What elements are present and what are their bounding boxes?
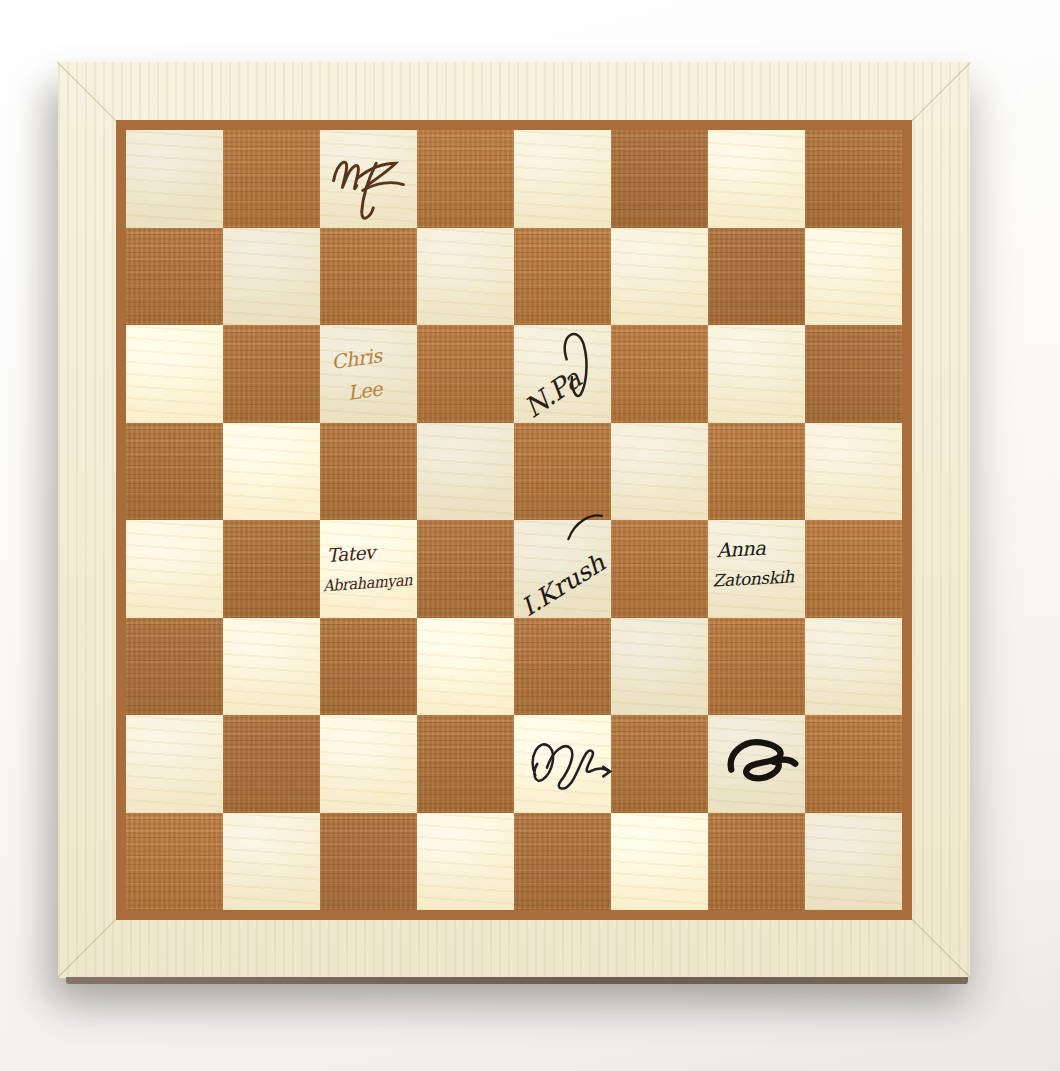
square-c8 xyxy=(320,130,417,228)
square-g7 xyxy=(708,228,805,326)
square-b8 xyxy=(223,130,320,228)
square-h4 xyxy=(805,520,902,618)
square-e5 xyxy=(514,423,611,521)
square-d4 xyxy=(417,520,514,618)
square-f1 xyxy=(611,813,708,911)
square-h5 xyxy=(805,423,902,521)
board-inlay-edging xyxy=(116,120,912,920)
square-b6 xyxy=(223,325,320,423)
square-f8 xyxy=(611,130,708,228)
square-d8 xyxy=(417,130,514,228)
square-e4 xyxy=(514,520,611,618)
square-f6 xyxy=(611,325,708,423)
square-f7 xyxy=(611,228,708,326)
square-e6 xyxy=(514,325,611,423)
square-e2 xyxy=(514,715,611,813)
square-a2 xyxy=(126,715,223,813)
square-h2 xyxy=(805,715,902,813)
square-a6 xyxy=(126,325,223,423)
square-d1 xyxy=(417,813,514,911)
square-g1 xyxy=(708,813,805,911)
square-d2 xyxy=(417,715,514,813)
square-g3 xyxy=(708,618,805,716)
square-a3 xyxy=(126,618,223,716)
square-f2 xyxy=(611,715,708,813)
square-h7 xyxy=(805,228,902,326)
square-f4 xyxy=(611,520,708,618)
square-a1 xyxy=(126,813,223,911)
square-e3 xyxy=(514,618,611,716)
square-a5 xyxy=(126,423,223,521)
board-grid xyxy=(126,130,902,910)
square-e1 xyxy=(514,813,611,911)
square-g2 xyxy=(708,715,805,813)
square-b1 xyxy=(223,813,320,911)
square-b5 xyxy=(223,423,320,521)
square-f5 xyxy=(611,423,708,521)
square-b3 xyxy=(223,618,320,716)
square-h6 xyxy=(805,325,902,423)
square-c1 xyxy=(320,813,417,911)
square-d3 xyxy=(417,618,514,716)
square-b2 xyxy=(223,715,320,813)
square-g4 xyxy=(708,520,805,618)
square-a4 xyxy=(126,520,223,618)
square-c2 xyxy=(320,715,417,813)
square-c3 xyxy=(320,618,417,716)
square-a7 xyxy=(126,228,223,326)
chessboard: Chris Lee N.Pa Tatev xyxy=(58,62,970,978)
square-c5 xyxy=(320,423,417,521)
square-c6 xyxy=(320,325,417,423)
square-c4 xyxy=(320,520,417,618)
square-d7 xyxy=(417,228,514,326)
square-e8 xyxy=(514,130,611,228)
square-g8 xyxy=(708,130,805,228)
frame-mitre-bottom-right xyxy=(911,918,971,978)
square-g6 xyxy=(708,325,805,423)
square-d5 xyxy=(417,423,514,521)
photo-background: Chris Lee N.Pa Tatev xyxy=(0,0,1060,1071)
square-f3 xyxy=(611,618,708,716)
square-e7 xyxy=(514,228,611,326)
square-b7 xyxy=(223,228,320,326)
square-h8 xyxy=(805,130,902,228)
square-a8 xyxy=(126,130,223,228)
square-h1 xyxy=(805,813,902,911)
square-c7 xyxy=(320,228,417,326)
frame-mitre-top-right xyxy=(911,62,971,122)
frame-mitre-bottom-left xyxy=(57,918,117,978)
square-b4 xyxy=(223,520,320,618)
frame-mitre-top-left xyxy=(57,62,117,122)
square-d6 xyxy=(417,325,514,423)
square-g5 xyxy=(708,423,805,521)
square-h3 xyxy=(805,618,902,716)
